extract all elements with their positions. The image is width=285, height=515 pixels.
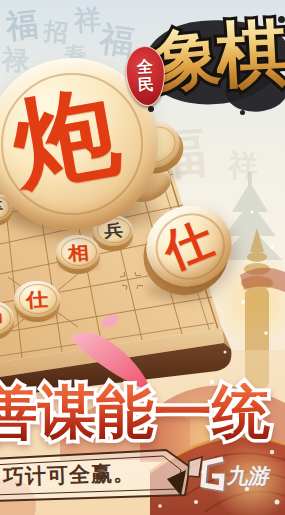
title-char-qi: 棋 棋 bbox=[214, 16, 285, 92]
ink-splat-dot bbox=[148, 106, 154, 112]
game-title-logo: 象 象 棋 棋 全 民 bbox=[118, 14, 285, 120]
promo-screenshot: 福 招 祥 福 禄 寿 福 祥 bbox=[0, 0, 285, 515]
ink-splat-dot bbox=[240, 110, 245, 115]
seal-char: 全 bbox=[137, 58, 154, 76]
title-char-fill: 棋 bbox=[214, 16, 285, 92]
seal-char: 民 bbox=[138, 76, 155, 94]
